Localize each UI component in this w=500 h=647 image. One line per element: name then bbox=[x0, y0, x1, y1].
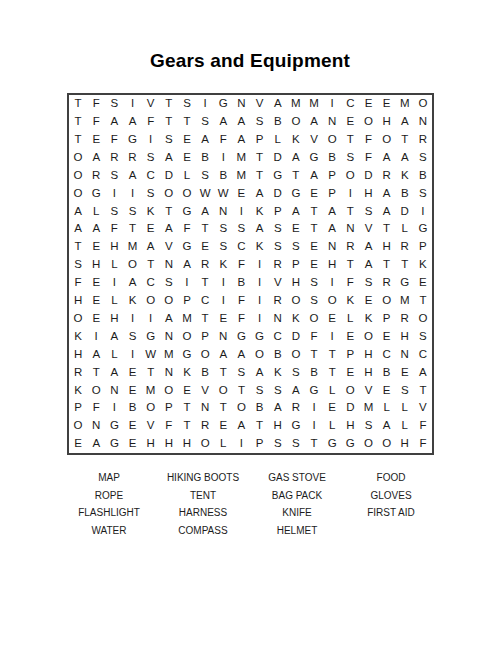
grid-cell-r12c18: O bbox=[378, 292, 396, 310]
grid-cell-r14c8: P bbox=[196, 328, 214, 346]
grid-cell-r14c4: S bbox=[123, 328, 141, 346]
grid-cell-r17c11: S bbox=[250, 381, 268, 399]
grid-cell-r18c13: R bbox=[287, 399, 305, 417]
grid-cell-r20c3: G bbox=[105, 435, 123, 453]
grid-cell-r10c2: H bbox=[87, 256, 105, 274]
grid-cell-r5c1: O bbox=[69, 167, 87, 185]
grid-cell-r19c18: A bbox=[378, 417, 396, 435]
grid-cell-r13c7: M bbox=[178, 310, 196, 328]
grid-cell-r9c6: V bbox=[160, 238, 178, 256]
grid-cell-r7c3: S bbox=[105, 202, 123, 220]
grid-cell-r2c1: T bbox=[69, 113, 87, 131]
word-item: FOOD bbox=[344, 469, 438, 487]
grid-cell-r3c3: F bbox=[105, 131, 123, 149]
grid-cell-r14c20: S bbox=[414, 328, 432, 346]
grid-cell-r6c4: I bbox=[123, 184, 141, 202]
grid-cell-r2c19: A bbox=[396, 113, 414, 131]
grid-cell-r2c5: F bbox=[142, 113, 160, 131]
grid-cell-r14c18: E bbox=[378, 328, 396, 346]
grid-cell-r15c20: C bbox=[414, 346, 432, 364]
grid-cell-r17c7: E bbox=[178, 381, 196, 399]
grid-cell-r6c5: S bbox=[142, 184, 160, 202]
grid-cell-r12c11: I bbox=[250, 292, 268, 310]
grid-cell-r1c12: A bbox=[269, 95, 287, 113]
grid-cell-r3c11: P bbox=[250, 131, 268, 149]
grid-cell-r19c12: H bbox=[269, 417, 287, 435]
grid-cell-r16c5: T bbox=[142, 363, 160, 381]
grid-cell-r12c3: L bbox=[105, 292, 123, 310]
grid-cell-r9c1: T bbox=[69, 238, 87, 256]
grid-cell-r14c5: G bbox=[142, 328, 160, 346]
grid-cell-r16c17: H bbox=[359, 363, 377, 381]
grid-cell-r1c6: T bbox=[160, 95, 178, 113]
grid-cell-r8c13: E bbox=[287, 220, 305, 238]
word-item: WATER bbox=[62, 522, 156, 540]
grid-cell-r6c2: G bbox=[87, 184, 105, 202]
grid-cell-r11c19: G bbox=[396, 274, 414, 292]
grid-cell-r7c4: S bbox=[123, 202, 141, 220]
grid-cell-r6c19: B bbox=[396, 184, 414, 202]
grid-cell-r5c9: B bbox=[214, 167, 232, 185]
grid-cell-r4c4: R bbox=[123, 149, 141, 167]
grid-cell-r7c12: P bbox=[269, 202, 287, 220]
grid-cell-r11c3: I bbox=[105, 274, 123, 292]
grid-cell-r15c16: P bbox=[341, 346, 359, 364]
grid-cell-r9c11: K bbox=[250, 238, 268, 256]
grid-cell-r16c20: A bbox=[414, 363, 432, 381]
grid-cell-r1c19: M bbox=[396, 95, 414, 113]
grid-cell-r5c19: K bbox=[396, 167, 414, 185]
grid-cell-r11c4: A bbox=[123, 274, 141, 292]
grid-cell-r20c10: I bbox=[232, 435, 250, 453]
grid-cell-r19c15: L bbox=[323, 417, 341, 435]
grid-cell-r7c15: A bbox=[323, 202, 341, 220]
grid-cell-r13c3: H bbox=[105, 310, 123, 328]
grid-cell-r4c9: I bbox=[214, 149, 232, 167]
grid-cell-r9c19: R bbox=[396, 238, 414, 256]
grid-cell-r13c8: T bbox=[196, 310, 214, 328]
grid-cell-r10c9: K bbox=[214, 256, 232, 274]
grid-cell-r9c8: E bbox=[196, 238, 214, 256]
grid-cell-r11c16: F bbox=[341, 274, 359, 292]
grid-cell-r4c18: A bbox=[378, 149, 396, 167]
grid-cell-r15c18: C bbox=[378, 346, 396, 364]
grid-cell-r16c4: E bbox=[123, 363, 141, 381]
grid-cell-r17c16: O bbox=[341, 381, 359, 399]
grid-cell-r5c7: L bbox=[178, 167, 196, 185]
grid-cell-r13c11: I bbox=[250, 310, 268, 328]
grid-cell-r1c17: E bbox=[359, 95, 377, 113]
grid-cell-r15c1: H bbox=[69, 346, 87, 364]
grid-cell-r3c9: F bbox=[214, 131, 232, 149]
grid-cell-r13c19: R bbox=[396, 310, 414, 328]
grid-cell-r13c13: K bbox=[287, 310, 305, 328]
grid-cell-r5c3: S bbox=[105, 167, 123, 185]
grid-cell-r12c8: C bbox=[196, 292, 214, 310]
word-item: FLASHLIGHT bbox=[62, 504, 156, 522]
grid-cell-r12c14: S bbox=[305, 292, 323, 310]
grid-cell-r3c2: E bbox=[87, 131, 105, 149]
grid-cell-r17c13: A bbox=[287, 381, 305, 399]
grid-cell-r9c2: E bbox=[87, 238, 105, 256]
grid-cell-r13c5: I bbox=[142, 310, 160, 328]
grid-cell-r20c15: G bbox=[323, 435, 341, 453]
grid-cell-r8c12: S bbox=[269, 220, 287, 238]
grid-cell-r13c17: K bbox=[359, 310, 377, 328]
grid-cell-r9c3: H bbox=[105, 238, 123, 256]
grid-cell-r17c12: S bbox=[269, 381, 287, 399]
grid-cell-r10c17: A bbox=[359, 256, 377, 274]
grid-cell-r13c9: E bbox=[214, 310, 232, 328]
grid-cell-r12c17: E bbox=[359, 292, 377, 310]
grid-cell-r16c7: K bbox=[178, 363, 196, 381]
grid-cell-r17c10: T bbox=[232, 381, 250, 399]
grid-cell-r10c1: S bbox=[69, 256, 87, 274]
word-item: HIKING BOOTS bbox=[156, 469, 250, 487]
grid-cell-r14c13: D bbox=[287, 328, 305, 346]
grid-cell-r3c6: S bbox=[160, 131, 178, 149]
word-item: GAS STOVE bbox=[250, 469, 344, 487]
grid-cell-r2c3: A bbox=[105, 113, 123, 131]
grid-cell-r19c3: G bbox=[105, 417, 123, 435]
grid-cell-r10c5: T bbox=[142, 256, 160, 274]
grid-cell-r19c20: F bbox=[414, 417, 432, 435]
grid-cell-r17c9: O bbox=[214, 381, 232, 399]
grid-cell-r16c11: A bbox=[250, 363, 268, 381]
grid-cell-r16c14: B bbox=[305, 363, 323, 381]
grid-cell-r18c8: N bbox=[196, 399, 214, 417]
grid-cell-r7c16: T bbox=[341, 202, 359, 220]
grid-cell-r7c10: I bbox=[232, 202, 250, 220]
grid-cell-r10c11: I bbox=[250, 256, 268, 274]
grid-cell-r1c14: M bbox=[305, 95, 323, 113]
grid-cell-r16c8: B bbox=[196, 363, 214, 381]
grid-cell-r17c3: N bbox=[105, 381, 123, 399]
grid-cell-r1c5: V bbox=[142, 95, 160, 113]
grid-cell-r16c6: N bbox=[160, 363, 178, 381]
grid-cell-r7c19: D bbox=[396, 202, 414, 220]
grid-cell-r14c12: C bbox=[269, 328, 287, 346]
grid-cell-r1c3: S bbox=[105, 95, 123, 113]
grid-cell-r8c5: E bbox=[142, 220, 160, 238]
grid-cell-r18c19: L bbox=[396, 399, 414, 417]
grid-cell-r16c3: A bbox=[105, 363, 123, 381]
grid-cell-r8c14: T bbox=[305, 220, 323, 238]
grid-cell-r1c4: I bbox=[123, 95, 141, 113]
grid-cell-r18c12: A bbox=[269, 399, 287, 417]
grid-cell-r7c2: L bbox=[87, 202, 105, 220]
grid-cell-r20c2: A bbox=[87, 435, 105, 453]
word-item: TENT bbox=[156, 487, 250, 505]
grid-cell-r5c14: A bbox=[305, 167, 323, 185]
grid-cell-r15c9: A bbox=[214, 346, 232, 364]
grid-cell-r7c7: G bbox=[178, 202, 196, 220]
grid-cell-r14c6: N bbox=[160, 328, 178, 346]
grid-cell-r11c15: I bbox=[323, 274, 341, 292]
grid-cell-r6c10: E bbox=[232, 184, 250, 202]
grid-cell-r10c14: E bbox=[305, 256, 323, 274]
grid-cell-r16c1: R bbox=[69, 363, 87, 381]
grid-cell-r19c17: S bbox=[359, 417, 377, 435]
grid-cell-r3c17: F bbox=[359, 131, 377, 149]
grid-cell-r20c7: H bbox=[178, 435, 196, 453]
grid-cell-r8c11: A bbox=[250, 220, 268, 238]
grid-cell-r2c4: A bbox=[123, 113, 141, 131]
grid-cell-r10c13: P bbox=[287, 256, 305, 274]
grid-cell-r15c7: G bbox=[178, 346, 196, 364]
word-list: MAPROPEFLASHLIGHTWATERHIKING BOOTSTENTHA… bbox=[62, 469, 438, 539]
grid-cell-r10c18: T bbox=[378, 256, 396, 274]
grid-cell-r3c13: K bbox=[287, 131, 305, 149]
grid-cell-r16c12: K bbox=[269, 363, 287, 381]
grid-cell-r2c7: T bbox=[178, 113, 196, 131]
grid-cell-r6c17: H bbox=[359, 184, 377, 202]
grid-cell-r11c14: S bbox=[305, 274, 323, 292]
grid-cell-r15c2: A bbox=[87, 346, 105, 364]
grid-cell-r19c5: V bbox=[142, 417, 160, 435]
grid-cell-r17c18: E bbox=[378, 381, 396, 399]
grid-cell-r7c18: A bbox=[378, 202, 396, 220]
grid-cell-r16c16: E bbox=[341, 363, 359, 381]
grid-cell-r3c4: G bbox=[123, 131, 141, 149]
word-search-page: Gears and Equipment TFSIVTSIGNVAMMICEEMO… bbox=[0, 0, 500, 647]
grid-cell-r12c19: M bbox=[396, 292, 414, 310]
grid-cell-r14c2: I bbox=[87, 328, 105, 346]
grid-cell-r20c20: F bbox=[414, 435, 432, 453]
grid-cell-r12c16: K bbox=[341, 292, 359, 310]
grid-cell-r19c11: T bbox=[250, 417, 268, 435]
grid-cell-r4c12: D bbox=[269, 149, 287, 167]
grid-cell-r17c15: L bbox=[323, 381, 341, 399]
grid-cell-r15c19: N bbox=[396, 346, 414, 364]
grid-cell-r15c12: B bbox=[269, 346, 287, 364]
grid-cell-r10c15: H bbox=[323, 256, 341, 274]
word-list-column-4: FOODGLOVESFIRST AID bbox=[344, 469, 438, 539]
grid-cell-r19c9: E bbox=[214, 417, 232, 435]
grid-cell-r20c17: O bbox=[359, 435, 377, 453]
grid-cell-r12c15: O bbox=[323, 292, 341, 310]
grid-cell-r8c9: S bbox=[214, 220, 232, 238]
grid-cell-r8c1: A bbox=[69, 220, 87, 238]
grid-cell-r10c19: T bbox=[396, 256, 414, 274]
grid-cell-r19c16: H bbox=[341, 417, 359, 435]
grid-cell-r14c10: G bbox=[232, 328, 250, 346]
grid-cell-r7c11: K bbox=[250, 202, 268, 220]
grid-cell-r9c14: E bbox=[305, 238, 323, 256]
grid-cell-r14c1: K bbox=[69, 328, 87, 346]
word-item: COMPASS bbox=[156, 522, 250, 540]
grid-cell-r11c12: V bbox=[269, 274, 287, 292]
grid-cell-r1c7: S bbox=[178, 95, 196, 113]
grid-cell-r12c10: F bbox=[232, 292, 250, 310]
grid-cell-r18c6: P bbox=[160, 399, 178, 417]
grid-cell-r12c12: R bbox=[269, 292, 287, 310]
grid-cell-r14c17: O bbox=[359, 328, 377, 346]
grid-cell-r2c9: A bbox=[214, 113, 232, 131]
grid-cell-r9c12: S bbox=[269, 238, 287, 256]
grid-cell-r5c18: R bbox=[378, 167, 396, 185]
grid-cell-r4c8: B bbox=[196, 149, 214, 167]
grid-cell-r5c16: O bbox=[341, 167, 359, 185]
grid-cell-r8c7: F bbox=[178, 220, 196, 238]
grid-cell-r2c20: N bbox=[414, 113, 432, 131]
grid-cell-r1c18: E bbox=[378, 95, 396, 113]
grid-cell-r12c13: O bbox=[287, 292, 305, 310]
grid-cell-r18c18: L bbox=[378, 399, 396, 417]
grid-cell-r1c15: I bbox=[323, 95, 341, 113]
grid-cell-r6c9: W bbox=[214, 184, 232, 202]
grid-cell-r18c7: T bbox=[178, 399, 196, 417]
grid-cell-r12c4: K bbox=[123, 292, 141, 310]
grid-cell-r3c18: O bbox=[378, 131, 396, 149]
grid-cell-r19c8: R bbox=[196, 417, 214, 435]
grid-cell-r12c9: I bbox=[214, 292, 232, 310]
word-item: MAP bbox=[62, 469, 156, 487]
grid-cell-r2c6: T bbox=[160, 113, 178, 131]
grid-cell-r19c1: O bbox=[69, 417, 87, 435]
grid-cell-r18c16: D bbox=[341, 399, 359, 417]
grid-cell-r1c9: G bbox=[214, 95, 232, 113]
grid-cell-r18c17: M bbox=[359, 399, 377, 417]
grid-cell-r11c11: I bbox=[250, 274, 268, 292]
grid-cell-r9c4: M bbox=[123, 238, 141, 256]
grid-cell-r3c8: A bbox=[196, 131, 214, 149]
grid-cell-r9c17: A bbox=[359, 238, 377, 256]
grid-cell-r1c8: I bbox=[196, 95, 214, 113]
grid-cell-r20c19: H bbox=[396, 435, 414, 453]
grid-cell-r15c11: O bbox=[250, 346, 268, 364]
grid-cell-r8c6: A bbox=[160, 220, 178, 238]
grid-cell-r16c10: S bbox=[232, 363, 250, 381]
grid-cell-r8c20: G bbox=[414, 220, 432, 238]
grid-cell-r18c10: O bbox=[232, 399, 250, 417]
grid-cell-r20c1: E bbox=[69, 435, 87, 453]
grid-cell-r7c20: I bbox=[414, 202, 432, 220]
grid-cell-r14c14: F bbox=[305, 328, 323, 346]
grid-cell-r4c20: S bbox=[414, 149, 432, 167]
grid-cell-r17c6: O bbox=[160, 381, 178, 399]
grid-cell-r17c4: E bbox=[123, 381, 141, 399]
grid-cell-r2c15: N bbox=[323, 113, 341, 131]
grid-cell-r19c10: A bbox=[232, 417, 250, 435]
grid-cell-r19c14: I bbox=[305, 417, 323, 435]
grid-cell-r18c14: I bbox=[305, 399, 323, 417]
grid-cell-r11c6: S bbox=[160, 274, 178, 292]
grid-cell-r19c2: N bbox=[87, 417, 105, 435]
word-item: HARNESS bbox=[156, 504, 250, 522]
grid-cell-r20c6: H bbox=[160, 435, 178, 453]
grid-cell-r10c3: L bbox=[105, 256, 123, 274]
grid-cell-r2c14: A bbox=[305, 113, 323, 131]
grid-cell-r3c12: L bbox=[269, 131, 287, 149]
grid-cell-r14c3: A bbox=[105, 328, 123, 346]
grid-cell-r8c3: F bbox=[105, 220, 123, 238]
grid-cell-r9c9: S bbox=[214, 238, 232, 256]
grid-cell-r10c8: R bbox=[196, 256, 214, 274]
grid-cell-r20c13: S bbox=[287, 435, 305, 453]
grid-cell-r12c2: E bbox=[87, 292, 105, 310]
grid-cell-r15c17: H bbox=[359, 346, 377, 364]
grid-cell-r4c15: B bbox=[323, 149, 341, 167]
grid-cell-r15c13: O bbox=[287, 346, 305, 364]
grid-cell-r19c6: F bbox=[160, 417, 178, 435]
grid-cell-r3c1: T bbox=[69, 131, 87, 149]
grid-cell-r5c12: G bbox=[269, 167, 287, 185]
grid-cell-r1c2: F bbox=[87, 95, 105, 113]
grid-cell-r17c19: S bbox=[396, 381, 414, 399]
grid-cell-r9c15: N bbox=[323, 238, 341, 256]
grid-cell-r9c16: R bbox=[341, 238, 359, 256]
grid-cell-r11c1: F bbox=[69, 274, 87, 292]
grid-cell-r6c8: W bbox=[196, 184, 214, 202]
grid-cell-r8c18: T bbox=[378, 220, 396, 238]
grid-cell-r20c12: S bbox=[269, 435, 287, 453]
grid-cell-r18c3: I bbox=[105, 399, 123, 417]
word-item: FIRST AID bbox=[344, 504, 438, 522]
grid-cell-r18c4: B bbox=[123, 399, 141, 417]
grid-cell-r11c13: H bbox=[287, 274, 305, 292]
grid-cell-r8c16: N bbox=[341, 220, 359, 238]
grid-cell-r8c4: T bbox=[123, 220, 141, 238]
word-item: KNIFE bbox=[250, 504, 344, 522]
grid-cell-r12c1: H bbox=[69, 292, 87, 310]
grid-cell-r18c2: F bbox=[87, 399, 105, 417]
grid-cell-r8c19: L bbox=[396, 220, 414, 238]
grid-cell-r14c19: H bbox=[396, 328, 414, 346]
grid-cell-r12c20: T bbox=[414, 292, 432, 310]
grid-cell-r6c18: A bbox=[378, 184, 396, 202]
grid-cell-r15c6: M bbox=[160, 346, 178, 364]
grid-cell-r13c1: O bbox=[69, 310, 87, 328]
grid-cell-r8c2: A bbox=[87, 220, 105, 238]
grid-cell-r14c16: E bbox=[341, 328, 359, 346]
grid-cell-r5c5: C bbox=[142, 167, 160, 185]
grid-cell-r6c11: A bbox=[250, 184, 268, 202]
grid-cell-r11c10: B bbox=[232, 274, 250, 292]
grid-cell-r1c13: M bbox=[287, 95, 305, 113]
grid-cell-r20c4: E bbox=[123, 435, 141, 453]
grid-cell-r18c15: E bbox=[323, 399, 341, 417]
grid-cell-r18c1: P bbox=[69, 399, 87, 417]
grid-cell-r2c10: A bbox=[232, 113, 250, 131]
word-item: GLOVES bbox=[344, 487, 438, 505]
grid-cell-r13c18: P bbox=[378, 310, 396, 328]
grid-cell-r5c17: D bbox=[359, 167, 377, 185]
grid-cell-r9c13: S bbox=[287, 238, 305, 256]
grid-cell-r4c6: A bbox=[160, 149, 178, 167]
grid-cell-r6c7: O bbox=[178, 184, 196, 202]
grid-cell-r3c10: A bbox=[232, 131, 250, 149]
grid-cell-r13c20: O bbox=[414, 310, 432, 328]
grid-cell-r3c20: R bbox=[414, 131, 432, 149]
grid-cell-r4c17: F bbox=[359, 149, 377, 167]
grid-cell-r15c14: T bbox=[305, 346, 323, 364]
grid-cell-r6c14: E bbox=[305, 184, 323, 202]
grid-cell-r20c9: L bbox=[214, 435, 232, 453]
grid-cell-r20c5: H bbox=[142, 435, 160, 453]
grid-cell-r6c15: P bbox=[323, 184, 341, 202]
grid-cell-r15c15: T bbox=[323, 346, 341, 364]
grid-cell-r10c16: T bbox=[341, 256, 359, 274]
word-search-grid: TFSIVTSIGNVAMMICEEMOTFAAFTTSAASBOANEOHAN… bbox=[67, 93, 434, 455]
grid-cell-r5c11: T bbox=[250, 167, 268, 185]
grid-cell-r2c17: O bbox=[359, 113, 377, 131]
grid-cell-r11c17: S bbox=[359, 274, 377, 292]
grid-cell-r11c7: I bbox=[178, 274, 196, 292]
word-item: ROPE bbox=[62, 487, 156, 505]
grid-cell-r6c6: O bbox=[160, 184, 178, 202]
grid-cell-r15c10: A bbox=[232, 346, 250, 364]
